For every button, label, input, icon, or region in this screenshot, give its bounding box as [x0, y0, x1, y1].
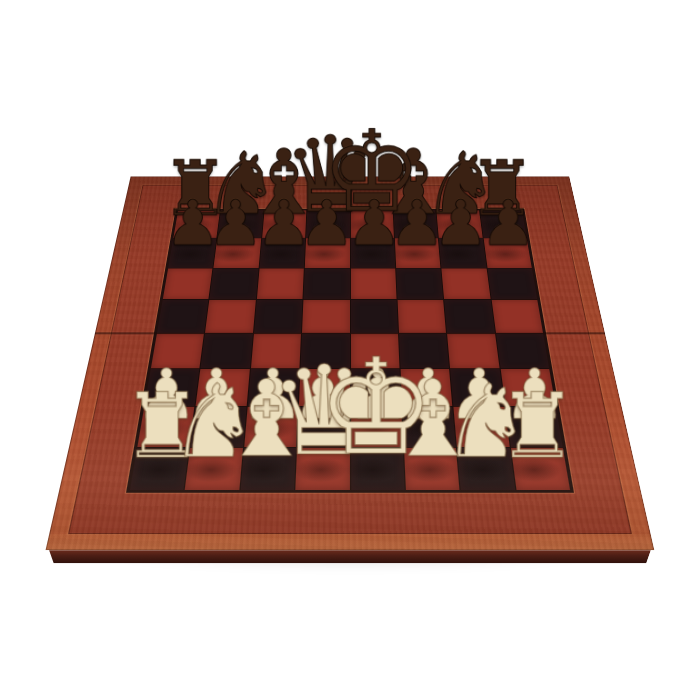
square-e5 [350, 300, 397, 333]
board-front-edge [49, 550, 651, 563]
square-c5 [254, 300, 303, 333]
square-d5 [302, 300, 349, 333]
square-b8 [218, 210, 264, 238]
square-f7 [395, 239, 441, 268]
square-h6 [487, 268, 537, 299]
square-d6 [304, 268, 350, 299]
chess-board: ♜♞♝♛♚♝♞♜♟♟♟♟♟♟♟♟♟♟♟♟♟♟♟♟♜♞♝♛♚♝♞♜ [46, 177, 655, 551]
square-g6 [442, 268, 491, 299]
square-g5 [444, 300, 494, 333]
square-f8 [394, 210, 439, 238]
square-h7 [483, 239, 531, 268]
square-b5 [205, 300, 255, 333]
square-d7 [305, 239, 350, 268]
square-h8 [480, 210, 527, 238]
square-d8 [306, 210, 349, 238]
square-g8 [437, 210, 483, 238]
square-h5 [491, 300, 543, 333]
square-b6 [210, 268, 259, 299]
square-e6 [350, 268, 396, 299]
square-c6 [257, 268, 304, 299]
square-a6 [163, 268, 213, 299]
square-b7 [214, 239, 261, 268]
chess-set-photo: ♜♞♝♛♚♝♞♜♟♟♟♟♟♟♟♟♟♟♟♟♟♟♟♟♜♞♝♛♚♝♞♜ [0, 0, 700, 700]
square-c8 [262, 210, 307, 238]
square-a7 [168, 239, 216, 268]
square-g7 [439, 239, 486, 268]
king-glyph: ♚ [316, 340, 435, 473]
square-a5 [157, 300, 209, 333]
square-c7 [259, 239, 305, 268]
square-e8 [350, 210, 393, 238]
square-f5 [397, 300, 446, 333]
square-a8 [173, 210, 220, 238]
square-f6 [396, 268, 443, 299]
square-e7 [350, 239, 395, 268]
